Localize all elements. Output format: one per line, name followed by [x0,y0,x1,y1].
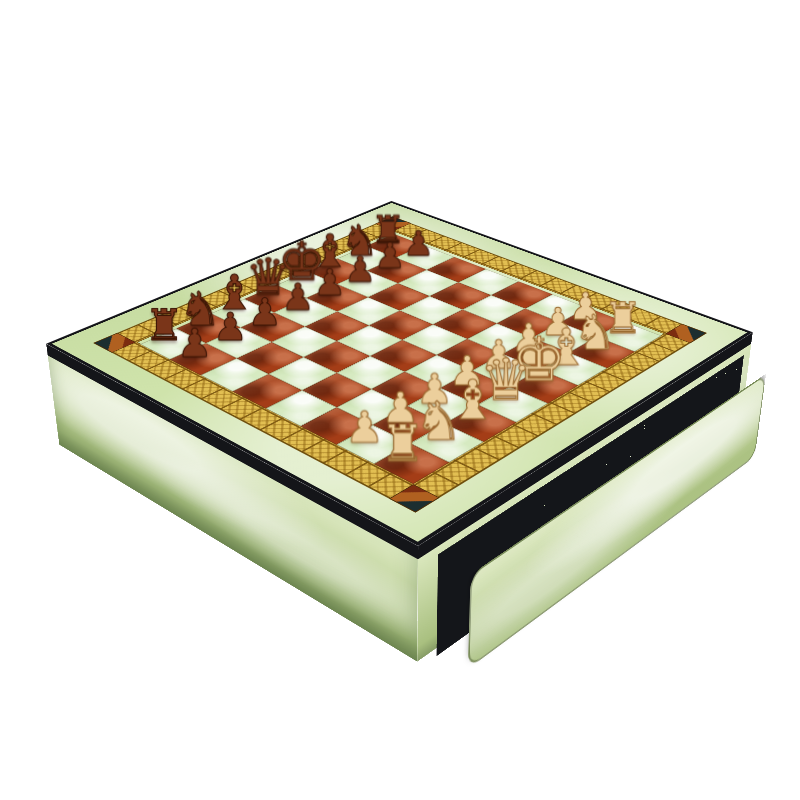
chess-set-box: ♜♟♟♜♞♟♟♞♝♟♟♝♚♟♟♚♛♟♟♛♝♟♟♝♞♟♟♞♜♟♟♜ [46,201,753,546]
scene-3d: ♜♟♟♜♞♟♟♞♝♟♟♝♚♟♟♚♛♟♟♛♝♟♟♝♞♟♟♞♜♟♟♜ [0,0,800,800]
piece-black-pawn-a7[interactable]: ♟ [171,324,218,363]
border-corner-accent [93,333,136,353]
border-corner-accent [665,324,707,344]
product-photo-stage: ♜♟♟♜♞♟♟♞♝♟♟♝♚♟♟♚♛♟♟♛♝♟♟♝♞♟♟♞♜♟♟♜ [0,0,800,800]
border-corner-accent [389,484,440,513]
piece-white-rook-a1[interactable]: ♜ [376,418,429,468]
